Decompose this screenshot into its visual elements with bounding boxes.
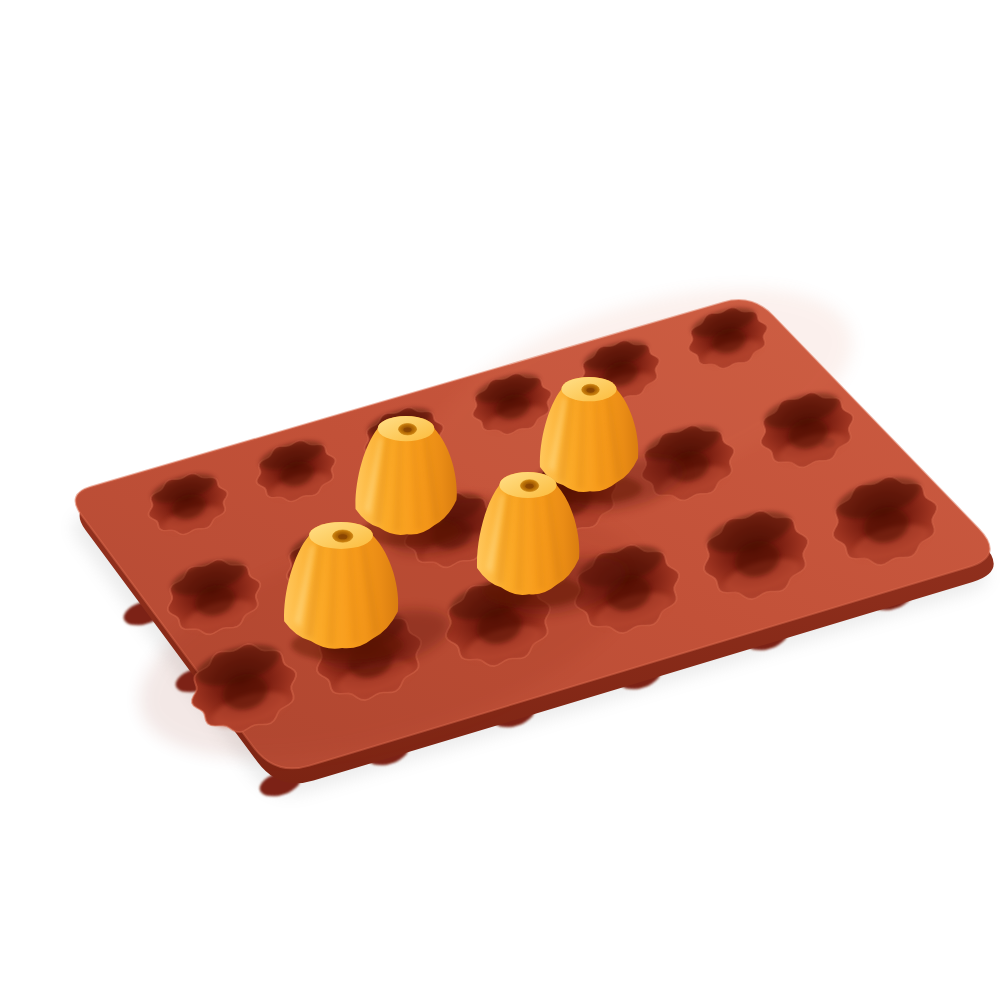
surface-dimple xyxy=(821,438,835,448)
product-photo-canvas xyxy=(40,16,1000,1000)
cake-crater-hole xyxy=(403,427,411,432)
cake-crater-hole xyxy=(525,484,533,489)
cake-crater-hole xyxy=(338,534,347,539)
cake-crater-hole xyxy=(587,388,595,393)
product-photo xyxy=(40,16,1000,1000)
